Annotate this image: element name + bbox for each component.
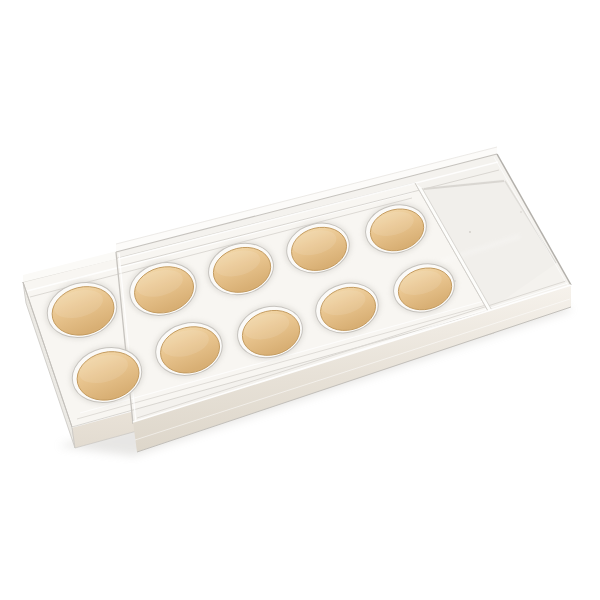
product-photo-stage [0, 0, 600, 600]
floor-speck [469, 231, 471, 233]
floor-speck [520, 211, 522, 213]
acrylic-case-photo [0, 0, 600, 600]
